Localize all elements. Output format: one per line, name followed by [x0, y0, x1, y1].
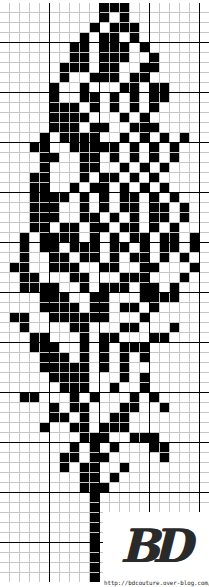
- grid-cell: [70, 223, 79, 232]
- grid-cell: [60, 493, 69, 502]
- grid-cell: [90, 383, 99, 392]
- grid-cell: [180, 23, 189, 32]
- grid-cell: [170, 283, 179, 292]
- grid-cell: [150, 443, 159, 452]
- grid-cell: [200, 233, 209, 242]
- grid-cell: [160, 273, 169, 282]
- grid-cell: [140, 413, 149, 422]
- grid-cell: [10, 123, 19, 132]
- grid-cell: [10, 403, 19, 412]
- grid-cell: [200, 13, 209, 22]
- grid-cell: [40, 273, 49, 282]
- grid-cell: [70, 323, 79, 332]
- grid-cell: [10, 3, 19, 12]
- grid-cell: [30, 523, 39, 532]
- grid-cell: [20, 313, 29, 322]
- grid-cell: [10, 103, 19, 112]
- grid-cell: [20, 123, 29, 132]
- grid-cell: [130, 53, 139, 62]
- grid-cell: [140, 333, 149, 342]
- grid-cell: [80, 133, 89, 142]
- grid-cell: [170, 23, 179, 32]
- grid-cell: [190, 343, 199, 352]
- grid-cell: [30, 93, 39, 102]
- grid-cell: [130, 113, 139, 122]
- grid-cell: [80, 83, 89, 92]
- grid-cell: [10, 213, 19, 222]
- grid-cell: [190, 493, 199, 502]
- grid-cell: [170, 93, 179, 102]
- grid-cell: [150, 163, 159, 172]
- grid-cell: [170, 33, 179, 42]
- grid-cell: [130, 173, 139, 182]
- grid-cell: [0, 403, 9, 412]
- grid-cell: [130, 323, 139, 332]
- grid-cell: [70, 443, 79, 452]
- grid-cell: [120, 413, 129, 422]
- grid-cell: [140, 173, 149, 182]
- grid-cell: [50, 223, 59, 232]
- grid-cell: [170, 183, 179, 192]
- grid-cell: [200, 143, 209, 152]
- grid-cell: [80, 513, 89, 522]
- grid-cell: [0, 163, 9, 172]
- grid-cell: [0, 103, 9, 112]
- grid-cell: [90, 133, 99, 142]
- grid-cell: [80, 113, 89, 122]
- grid-cell: [190, 113, 199, 122]
- grid-cell: [100, 173, 109, 182]
- grid-cell: [110, 323, 119, 332]
- grid-cell: [0, 93, 9, 102]
- grid-cell: [160, 443, 169, 452]
- grid-cell: [80, 353, 89, 362]
- grid-cell: [160, 253, 169, 262]
- grid-cell: [150, 13, 159, 22]
- grid-cell: [20, 163, 29, 172]
- grid-cell: [120, 373, 129, 382]
- grid-cell: [190, 483, 199, 492]
- grid-cell: [120, 273, 129, 282]
- grid-cell: [50, 573, 59, 582]
- grid-cell: [160, 153, 169, 162]
- grid-cell: [80, 543, 89, 552]
- grid-cell: [20, 93, 29, 102]
- grid-cell: [200, 253, 209, 262]
- grid-cell: [30, 133, 39, 142]
- grid-cell: [60, 183, 69, 192]
- grid-cell: [10, 293, 19, 302]
- grid-cell: [40, 483, 49, 492]
- grid-cell: [190, 473, 199, 482]
- grid-cell: [200, 213, 209, 222]
- grid-cell: [70, 13, 79, 22]
- grid-cell: [20, 323, 29, 332]
- grid-cell: [200, 53, 209, 62]
- grid-cell: [100, 273, 109, 282]
- grid-cell: [90, 343, 99, 352]
- grid-cell: [30, 383, 39, 392]
- grid-cell: [60, 113, 69, 122]
- grid-cell: [60, 243, 69, 252]
- grid-cell: [0, 323, 9, 332]
- grid-cell: [90, 33, 99, 42]
- grid-cell: [150, 203, 159, 212]
- grid-cell: [180, 203, 189, 212]
- grid-cell: [20, 463, 29, 472]
- grid-cell: [40, 543, 49, 552]
- grid-cell: [30, 563, 39, 572]
- grid-cell: [50, 373, 59, 382]
- grid-cell: [20, 543, 29, 552]
- grid-cell: [110, 343, 119, 352]
- grid-cell: [0, 173, 9, 182]
- grid-cell: [40, 143, 49, 152]
- grid-cell: [40, 573, 49, 582]
- grid-cell: [20, 563, 29, 572]
- grid-cell: [40, 563, 49, 572]
- grid-cell: [140, 183, 149, 192]
- grid-cell: [0, 313, 9, 322]
- grid-cell: [40, 553, 49, 562]
- grid-cell: [200, 193, 209, 202]
- grid-cell: [150, 83, 159, 92]
- grid-cell: [120, 163, 129, 172]
- grid-cell: [120, 393, 129, 402]
- grid-cell: [120, 473, 129, 482]
- grid-cell: [170, 453, 179, 462]
- grid-cell: [40, 393, 49, 402]
- footer-url: http://bdcouture.over-blog.com/: [103, 579, 209, 587]
- grid-cell: [60, 573, 69, 582]
- grid-cell: [30, 263, 39, 272]
- grid-cell: [160, 383, 169, 392]
- grid-cell: [60, 313, 69, 322]
- grid-cell: [190, 283, 199, 292]
- grid-cell: [160, 203, 169, 212]
- grid-cell: [0, 503, 9, 512]
- grid-cell: [40, 363, 49, 372]
- grid-cell: [60, 123, 69, 132]
- grid-cell: [200, 173, 209, 182]
- grid-cell: [40, 153, 49, 162]
- grid-cell: [170, 163, 179, 172]
- grid-cell: [80, 493, 89, 502]
- grid-cell: [180, 383, 189, 392]
- grid-cell: [180, 333, 189, 342]
- grid-cell: [70, 283, 79, 292]
- grid-cell: [60, 283, 69, 292]
- grid-cell: [60, 413, 69, 422]
- grid-cell: [100, 283, 109, 292]
- grid-cell: [10, 83, 19, 92]
- grid-cell: [0, 563, 9, 572]
- grid-cell: [90, 183, 99, 192]
- grid-cell: [70, 73, 79, 82]
- grid-cell: [160, 463, 169, 472]
- grid-cell: [180, 433, 189, 442]
- grid-cell: [180, 483, 189, 492]
- grid-cell: [30, 403, 39, 412]
- grid-cell: [20, 83, 29, 92]
- grid-cell: [190, 133, 199, 142]
- grid-cell: [140, 453, 149, 462]
- grid-cell: [60, 333, 69, 342]
- bold-horizontal-line: [0, 42, 209, 43]
- grid-cell: [190, 73, 199, 82]
- grid-cell: [160, 363, 169, 372]
- grid-cell: [80, 263, 89, 272]
- grid-cell: [200, 323, 209, 332]
- grid-cell: [70, 543, 79, 552]
- grid-cell: [70, 343, 79, 352]
- grid-cell: [130, 493, 139, 502]
- grid-cell: [20, 523, 29, 532]
- grid-cell: [200, 33, 209, 42]
- grid-cell: [110, 393, 119, 402]
- grid-cell: [50, 423, 59, 432]
- grid-cell: [180, 503, 189, 512]
- grid-cell: [70, 183, 79, 192]
- grid-cell: [40, 413, 49, 422]
- grid-cell: [110, 243, 119, 252]
- grid-cell: [120, 343, 129, 352]
- grid-cell: [90, 193, 99, 202]
- grid-cell: [110, 143, 119, 152]
- grid-cell: [200, 3, 209, 12]
- grid-cell: [10, 323, 19, 332]
- grid-cell: [170, 63, 179, 72]
- grid-cell: [100, 403, 109, 412]
- grid-cell: [100, 473, 109, 482]
- grid-cell: [180, 63, 189, 72]
- grid-cell: [50, 103, 59, 112]
- grid-cell: [0, 353, 9, 362]
- grid-cell: [130, 283, 139, 292]
- grid-cell: [90, 163, 99, 172]
- grid-cell: [60, 343, 69, 352]
- grid-cell: [10, 23, 19, 32]
- grid-cell: [200, 203, 209, 212]
- grid-cell: [50, 33, 59, 42]
- grid-cell: [150, 283, 159, 292]
- grid-cell: [30, 193, 39, 202]
- grid-cell: [180, 323, 189, 332]
- grid-cell: [70, 383, 79, 392]
- grid-cell: [110, 163, 119, 172]
- grid-cell: [190, 303, 199, 312]
- grid-cell: [10, 253, 19, 262]
- grid-cell: [30, 163, 39, 172]
- grid-cell: [90, 423, 99, 432]
- grid-cell: [170, 373, 179, 382]
- grid-cell: [30, 573, 39, 582]
- grid-cell: [10, 73, 19, 82]
- grid-cell: [150, 223, 159, 232]
- grid-cell: [60, 63, 69, 72]
- grid-cell: [50, 313, 59, 322]
- grid-cell: [150, 413, 159, 422]
- grid-cell: [120, 233, 129, 242]
- grid-cell: [30, 53, 39, 62]
- grid-cell: [10, 303, 19, 312]
- grid-cell: [160, 53, 169, 62]
- grid-cell: [70, 533, 79, 542]
- grid-cell: [70, 253, 79, 262]
- grid-cell: [50, 163, 59, 172]
- grid-cell: [140, 383, 149, 392]
- grid-cell: [60, 173, 69, 182]
- grid-cell: [50, 43, 59, 52]
- grid-cell: [90, 223, 99, 232]
- grid-cell: [20, 223, 29, 232]
- grid-cell: [190, 293, 199, 302]
- grid-cell: [80, 3, 89, 12]
- grid-cell: [90, 463, 99, 472]
- grid-cell: [70, 413, 79, 422]
- grid-cell: [140, 33, 149, 42]
- grid-cell: [80, 383, 89, 392]
- grid-cell: [60, 3, 69, 12]
- grid-cell: [0, 453, 9, 462]
- grid-cell: [160, 433, 169, 442]
- grid-cell: [50, 403, 59, 412]
- grid-cell: [180, 3, 189, 12]
- grid-cell: [80, 173, 89, 182]
- grid-cell: [120, 463, 129, 472]
- grid-cell: [170, 3, 179, 12]
- grid-cell: [50, 533, 59, 542]
- grid-cell: [140, 503, 149, 512]
- grid-cell: [100, 93, 109, 102]
- grid-cell: [100, 243, 109, 252]
- grid-cell: [80, 463, 89, 472]
- grid-cell: [0, 293, 9, 302]
- grid-cell: [90, 3, 99, 12]
- grid-cell: [30, 13, 39, 22]
- grid-cell: [130, 353, 139, 362]
- grid-cell: [170, 103, 179, 112]
- grid-cell: [110, 183, 119, 192]
- grid-cell: [200, 153, 209, 162]
- grid-cell: [170, 273, 179, 282]
- grid-cell: [160, 103, 169, 112]
- grid-cell: [110, 123, 119, 132]
- grid-cell: [40, 43, 49, 52]
- grid-cell: [0, 43, 9, 52]
- grid-cell: [20, 353, 29, 362]
- grid-cell: [100, 363, 109, 372]
- grid-cell: [30, 273, 39, 282]
- grid-cell: [190, 123, 199, 132]
- grid-cell: [160, 3, 169, 12]
- grid-cell: [100, 73, 109, 82]
- grid-cell: [200, 133, 209, 142]
- grid-cell: [70, 473, 79, 482]
- grid-cell: [120, 183, 129, 192]
- grid-cell: [10, 113, 19, 122]
- grid-cell: [160, 333, 169, 342]
- grid-cell: [190, 463, 199, 472]
- grid-cell: [30, 303, 39, 312]
- grid-cell: [170, 113, 179, 122]
- grid-cell: [90, 513, 99, 522]
- grid-cell: [90, 313, 99, 322]
- grid-cell: [90, 283, 99, 292]
- grid-cell: [50, 523, 59, 532]
- grid-cell: [70, 313, 79, 322]
- grid-cell: [60, 223, 69, 232]
- grid-cell: [190, 223, 199, 232]
- grid-cell: [110, 53, 119, 62]
- grid-cell: [80, 243, 89, 252]
- grid-cell: [30, 213, 39, 222]
- grid-cell: [90, 453, 99, 462]
- grid-cell: [110, 413, 119, 422]
- grid-cell: [60, 233, 69, 242]
- grid-cell: [20, 573, 29, 582]
- grid-cell: [130, 293, 139, 302]
- grid-cell: [200, 423, 209, 432]
- grid-cell: [10, 363, 19, 372]
- grid-cell: [190, 63, 199, 72]
- grid-cell: [30, 433, 39, 442]
- grid-cell: [90, 553, 99, 562]
- grid-cell: [10, 53, 19, 62]
- grid-cell: [190, 93, 199, 102]
- grid-cell: [30, 153, 39, 162]
- grid-cell: [170, 203, 179, 212]
- grid-cell: [30, 493, 39, 502]
- grid-cell: [70, 303, 79, 312]
- grid-cell: [90, 143, 99, 152]
- grid-cell: [190, 23, 199, 32]
- grid-cell: [50, 263, 59, 272]
- grid-cell: [40, 93, 49, 102]
- grid-cell: [0, 463, 9, 472]
- grid-cell: [90, 63, 99, 72]
- grid-cell: [120, 153, 129, 162]
- grid-cell: [120, 143, 129, 152]
- grid-cell: [110, 313, 119, 322]
- grid-cell: [170, 173, 179, 182]
- grid-cell: [20, 423, 29, 432]
- grid-cell: [80, 433, 89, 442]
- grid-cell: [140, 143, 149, 152]
- grid-cell: [140, 213, 149, 222]
- grid-cell: [90, 363, 99, 372]
- grid-cell: [20, 233, 29, 242]
- grid-cell: [190, 433, 199, 442]
- grid-cell: [170, 483, 179, 492]
- grid-cell: [90, 13, 99, 22]
- grid-cell: [190, 153, 199, 162]
- grid-cell: [30, 33, 39, 42]
- grid-cell: [20, 403, 29, 412]
- grid-cell: [100, 383, 109, 392]
- grid-cell: [20, 343, 29, 352]
- grid-cell: [120, 63, 129, 72]
- grid-cell: [20, 413, 29, 422]
- grid-cell: [110, 443, 119, 452]
- grid-cell: [120, 83, 129, 92]
- grid-cell: [120, 283, 129, 292]
- grid-cell: [150, 393, 159, 402]
- grid-cell: [130, 3, 139, 12]
- grid-cell: [70, 563, 79, 572]
- grid-cell: [140, 13, 149, 22]
- grid-cell: [0, 73, 9, 82]
